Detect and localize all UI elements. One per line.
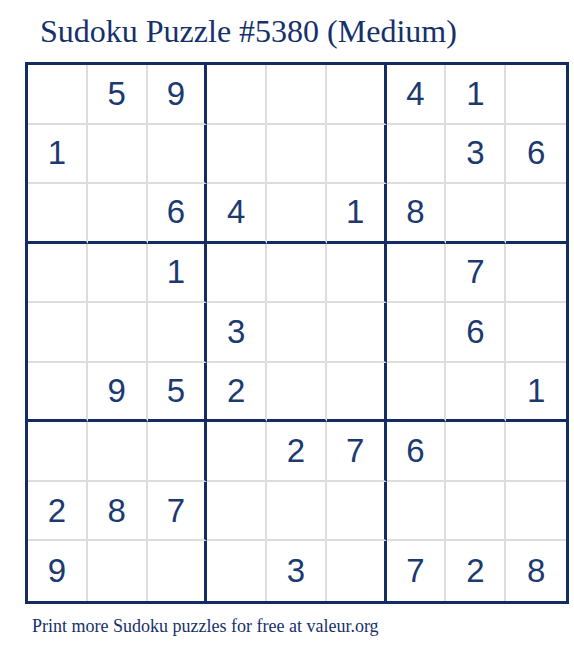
sudoku-cell[interactable]: [327, 541, 387, 601]
sudoku-cell: 2: [446, 541, 506, 601]
sudoku-cell[interactable]: [446, 184, 506, 244]
sudoku-cell: 3: [267, 541, 327, 601]
sudoku-cell: 6: [506, 125, 566, 185]
sudoku-cell[interactable]: [506, 184, 566, 244]
sudoku-cell: 2: [207, 363, 267, 423]
sudoku-cell[interactable]: [506, 244, 566, 304]
sudoku-cell: 7: [148, 482, 208, 542]
sudoku-cell: 7: [327, 422, 387, 482]
sudoku-cell[interactable]: [88, 422, 148, 482]
sudoku-cell: 3: [446, 125, 506, 185]
sudoku-cell[interactable]: [387, 125, 447, 185]
sudoku-cell[interactable]: [327, 244, 387, 304]
sudoku-cell[interactable]: [207, 541, 267, 601]
sudoku-cell[interactable]: [506, 422, 566, 482]
sudoku-cell[interactable]: [148, 422, 208, 482]
sudoku-cell: 9: [88, 363, 148, 423]
sudoku-cell[interactable]: [327, 303, 387, 363]
sudoku-cell[interactable]: [267, 303, 327, 363]
sudoku-cell: 2: [28, 482, 88, 542]
page: Sudoku Puzzle #5380 (Medium) 59411366418…: [0, 0, 574, 651]
sudoku-cell[interactable]: [506, 65, 566, 125]
sudoku-cell[interactable]: [327, 363, 387, 423]
sudoku-cell: 7: [387, 541, 447, 601]
sudoku-cell: 6: [446, 303, 506, 363]
sudoku-cell[interactable]: [446, 482, 506, 542]
sudoku-cell[interactable]: [28, 184, 88, 244]
sudoku-cell[interactable]: [446, 422, 506, 482]
sudoku-cell[interactable]: [506, 482, 566, 542]
sudoku-cell: 8: [387, 184, 447, 244]
sudoku-cell: 1: [446, 65, 506, 125]
sudoku-cell[interactable]: [28, 422, 88, 482]
sudoku-cell[interactable]: [446, 363, 506, 423]
sudoku-cell[interactable]: [148, 541, 208, 601]
sudoku-cell[interactable]: [327, 65, 387, 125]
footer-text: Print more Sudoku puzzles for free at va…: [32, 617, 379, 635]
sudoku-cell[interactable]: [207, 125, 267, 185]
sudoku-cell: 7: [446, 244, 506, 304]
sudoku-cell[interactable]: [88, 125, 148, 185]
sudoku-cell[interactable]: [207, 422, 267, 482]
sudoku-cell[interactable]: [387, 482, 447, 542]
sudoku-cell[interactable]: [148, 303, 208, 363]
sudoku-cell[interactable]: [207, 244, 267, 304]
sudoku-cell[interactable]: [88, 244, 148, 304]
sudoku-cell: 4: [207, 184, 267, 244]
sudoku-cell: 1: [506, 363, 566, 423]
sudoku-cell[interactable]: [207, 65, 267, 125]
sudoku-cell: 4: [387, 65, 447, 125]
sudoku-cell[interactable]: [506, 303, 566, 363]
sudoku-cell: 6: [387, 422, 447, 482]
sudoku-cell: 5: [148, 363, 208, 423]
sudoku-cell[interactable]: [267, 184, 327, 244]
sudoku-cell[interactable]: [88, 303, 148, 363]
sudoku-cell: 2: [267, 422, 327, 482]
sudoku-cell[interactable]: [28, 244, 88, 304]
sudoku-cell[interactable]: [267, 363, 327, 423]
sudoku-cell[interactable]: [267, 125, 327, 185]
sudoku-cell: 6: [148, 184, 208, 244]
sudoku-cell[interactable]: [267, 65, 327, 125]
sudoku-cell[interactable]: [387, 363, 447, 423]
sudoku-cell[interactable]: [327, 482, 387, 542]
sudoku-cell[interactable]: [28, 65, 88, 125]
sudoku-cell[interactable]: [28, 303, 88, 363]
sudoku-cell: 5: [88, 65, 148, 125]
sudoku-cell[interactable]: [88, 541, 148, 601]
sudoku-cell[interactable]: [267, 482, 327, 542]
page-title: Sudoku Puzzle #5380 (Medium): [40, 15, 457, 47]
sudoku-cell[interactable]: [28, 363, 88, 423]
sudoku-cell: 1: [28, 125, 88, 185]
sudoku-cell: 1: [327, 184, 387, 244]
sudoku-cell: 9: [148, 65, 208, 125]
sudoku-cell[interactable]: [88, 184, 148, 244]
sudoku-cell: 8: [506, 541, 566, 601]
sudoku-cell[interactable]: [207, 482, 267, 542]
sudoku-cell[interactable]: [267, 244, 327, 304]
sudoku-cell: 8: [88, 482, 148, 542]
sudoku-cell: 9: [28, 541, 88, 601]
sudoku-board: 594113664181736952127628793728: [25, 62, 569, 604]
sudoku-cell[interactable]: [148, 125, 208, 185]
sudoku-cell: 3: [207, 303, 267, 363]
sudoku-cell[interactable]: [387, 303, 447, 363]
sudoku-cell: 1: [148, 244, 208, 304]
sudoku-cell[interactable]: [327, 125, 387, 185]
sudoku-cell[interactable]: [387, 244, 447, 304]
